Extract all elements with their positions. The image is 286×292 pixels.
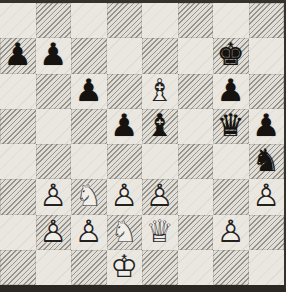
square-b1 bbox=[36, 250, 72, 285]
white-king: ♚♔ bbox=[107, 250, 143, 285]
square-d4 bbox=[107, 144, 143, 179]
square-h5: ♟ bbox=[249, 109, 285, 144]
white-pawn-outline: ♙ bbox=[36, 215, 72, 249]
square-e3: ♟♙ bbox=[142, 179, 178, 214]
black-pawn: ♟ bbox=[71, 74, 107, 109]
black-knight-glyph: ♞ bbox=[249, 144, 285, 178]
square-d5: ♟ bbox=[107, 109, 143, 144]
black-queen-glyph: ♛ bbox=[213, 109, 249, 143]
square-d3: ♟♙ bbox=[107, 179, 143, 214]
black-pawn-glyph: ♟ bbox=[36, 38, 72, 72]
square-a1 bbox=[0, 250, 36, 285]
square-b6 bbox=[36, 74, 72, 109]
square-a3 bbox=[0, 179, 36, 214]
black-queen: ♛ bbox=[213, 109, 249, 144]
square-a7: ♟ bbox=[0, 38, 36, 73]
square-f5 bbox=[178, 109, 214, 144]
square-e4 bbox=[142, 144, 178, 179]
white-queen-outline: ♕ bbox=[142, 215, 178, 249]
black-bishop: ♝ bbox=[142, 109, 178, 144]
white-pawn: ♟♙ bbox=[107, 179, 143, 214]
square-h7 bbox=[249, 38, 285, 73]
square-d1: ♚♔ bbox=[107, 250, 143, 285]
black-pawn-glyph: ♟ bbox=[107, 109, 143, 143]
white-pawn: ♟♙ bbox=[142, 179, 178, 214]
black-bishop-glyph: ♝ bbox=[142, 109, 178, 143]
square-g7: ♚ bbox=[213, 38, 249, 73]
square-h2 bbox=[249, 215, 285, 250]
white-pawn: ♟♙ bbox=[213, 215, 249, 250]
square-e8 bbox=[142, 3, 178, 38]
square-a2 bbox=[0, 215, 36, 250]
square-b8 bbox=[36, 3, 72, 38]
square-a8 bbox=[0, 3, 36, 38]
square-h3: ♟♙ bbox=[249, 179, 285, 214]
white-king-outline: ♔ bbox=[107, 250, 143, 284]
square-b2: ♟♙ bbox=[36, 215, 72, 250]
white-pawn-outline: ♙ bbox=[249, 179, 285, 213]
black-pawn: ♟ bbox=[249, 109, 285, 144]
white-pawn: ♟♙ bbox=[36, 215, 72, 250]
square-c4 bbox=[71, 144, 107, 179]
square-c5 bbox=[71, 109, 107, 144]
square-f3 bbox=[178, 179, 214, 214]
square-a5 bbox=[0, 109, 36, 144]
white-pawn: ♟♙ bbox=[36, 179, 72, 214]
white-pawn: ♟♙ bbox=[71, 215, 107, 250]
square-h6 bbox=[249, 74, 285, 109]
square-d6 bbox=[107, 74, 143, 109]
square-e1 bbox=[142, 250, 178, 285]
square-f1 bbox=[178, 250, 214, 285]
white-queen: ♛♕ bbox=[142, 215, 178, 250]
black-knight: ♞ bbox=[249, 144, 285, 179]
white-pawn-outline: ♙ bbox=[36, 179, 72, 213]
black-pawn-glyph: ♟ bbox=[249, 109, 285, 143]
white-knight: ♞♘ bbox=[107, 215, 143, 250]
square-f2 bbox=[178, 215, 214, 250]
black-pawn: ♟ bbox=[0, 38, 36, 73]
white-knight-outline: ♘ bbox=[107, 215, 143, 249]
square-a6 bbox=[0, 74, 36, 109]
black-pawn-glyph: ♟ bbox=[0, 38, 36, 72]
square-f4 bbox=[178, 144, 214, 179]
white-knight: ♞♘ bbox=[71, 179, 107, 214]
white-bishop-outline: ♗ bbox=[142, 74, 178, 108]
white-pawn-outline: ♙ bbox=[71, 215, 107, 249]
square-c6: ♟ bbox=[71, 74, 107, 109]
square-f8 bbox=[178, 3, 214, 38]
square-b4 bbox=[36, 144, 72, 179]
square-h1 bbox=[249, 250, 285, 285]
square-c2: ♟♙ bbox=[71, 215, 107, 250]
square-e6: ♝♗ bbox=[142, 74, 178, 109]
square-b5 bbox=[36, 109, 72, 144]
square-e2: ♛♕ bbox=[142, 215, 178, 250]
square-a4 bbox=[0, 144, 36, 179]
square-g8 bbox=[213, 3, 249, 38]
square-c1 bbox=[71, 250, 107, 285]
black-king: ♚ bbox=[213, 38, 249, 73]
white-pawn: ♟♙ bbox=[249, 179, 285, 214]
black-pawn-glyph: ♟ bbox=[213, 74, 249, 108]
white-pawn-outline: ♙ bbox=[107, 179, 143, 213]
square-g3 bbox=[213, 179, 249, 214]
black-king-glyph: ♚ bbox=[213, 38, 249, 72]
black-pawn: ♟ bbox=[36, 38, 72, 73]
square-e5: ♝ bbox=[142, 109, 178, 144]
white-pawn-outline: ♙ bbox=[142, 179, 178, 213]
black-pawn: ♟ bbox=[107, 109, 143, 144]
square-d7 bbox=[107, 38, 143, 73]
square-g2: ♟♙ bbox=[213, 215, 249, 250]
black-pawn-glyph: ♟ bbox=[71, 74, 107, 108]
square-c7 bbox=[71, 38, 107, 73]
square-e7 bbox=[142, 38, 178, 73]
square-c3: ♞♘ bbox=[71, 179, 107, 214]
square-g4 bbox=[213, 144, 249, 179]
chess-board: ♟♟♚♟♝♗♟♟♝♛♟♞♟♙♞♘♟♙♟♙♟♙♟♙♟♙♞♘♛♕♟♙♚♔ bbox=[0, 0, 286, 292]
square-g5: ♛ bbox=[213, 109, 249, 144]
square-d8 bbox=[107, 3, 143, 38]
square-f6 bbox=[178, 74, 214, 109]
white-pawn-outline: ♙ bbox=[213, 215, 249, 249]
square-f7 bbox=[178, 38, 214, 73]
square-b3: ♟♙ bbox=[36, 179, 72, 214]
square-h4: ♞ bbox=[249, 144, 285, 179]
square-h8 bbox=[249, 3, 285, 38]
square-g1 bbox=[213, 250, 249, 285]
white-knight-outline: ♘ bbox=[71, 179, 107, 213]
white-bishop: ♝♗ bbox=[142, 74, 178, 109]
square-d2: ♞♘ bbox=[107, 215, 143, 250]
square-c8 bbox=[71, 3, 107, 38]
square-b7: ♟ bbox=[36, 38, 72, 73]
black-pawn: ♟ bbox=[213, 74, 249, 109]
square-g6: ♟ bbox=[213, 74, 249, 109]
